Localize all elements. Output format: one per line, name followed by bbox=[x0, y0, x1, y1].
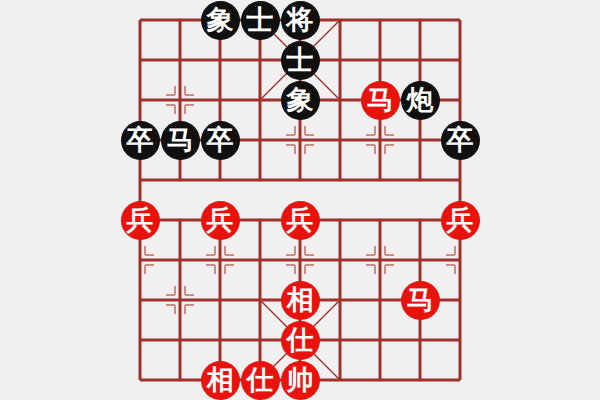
piece-black-soldier[interactable]: 卒 bbox=[121, 121, 160, 160]
piece-red-advisor[interactable]: 仕 bbox=[241, 361, 280, 400]
piece-black-horse[interactable]: 马 bbox=[161, 121, 200, 160]
piece-red-elephant[interactable]: 相 bbox=[201, 361, 240, 400]
piece-black-soldier[interactable]: 卒 bbox=[201, 121, 240, 160]
piece-black-advisor[interactable]: 士 bbox=[241, 1, 280, 40]
piece-black-advisor[interactable]: 士 bbox=[281, 41, 320, 80]
xiangqi-board: 象士将士象马炮卒马卒卒兵兵兵兵相马仕相仕帅 bbox=[0, 0, 600, 400]
piece-red-horse[interactable]: 马 bbox=[401, 281, 440, 320]
piece-black-cannon[interactable]: 炮 bbox=[401, 81, 440, 120]
piece-black-soldier[interactable]: 卒 bbox=[441, 121, 480, 160]
piece-red-advisor[interactable]: 仕 bbox=[281, 321, 320, 360]
piece-black-general[interactable]: 将 bbox=[281, 1, 320, 40]
piece-red-soldier[interactable]: 兵 bbox=[201, 201, 240, 240]
piece-red-horse[interactable]: 马 bbox=[361, 81, 400, 120]
piece-red-soldier[interactable]: 兵 bbox=[441, 201, 480, 240]
piece-black-elephant[interactable]: 象 bbox=[281, 81, 320, 120]
piece-red-general[interactable]: 帅 bbox=[281, 361, 320, 400]
piece-black-elephant[interactable]: 象 bbox=[201, 1, 240, 40]
piece-red-soldier[interactable]: 兵 bbox=[281, 201, 320, 240]
piece-red-elephant[interactable]: 相 bbox=[281, 281, 320, 320]
piece-red-soldier[interactable]: 兵 bbox=[121, 201, 160, 240]
pieces-layer: 象士将士象马炮卒马卒卒兵兵兵兵相马仕相仕帅 bbox=[120, 0, 480, 400]
